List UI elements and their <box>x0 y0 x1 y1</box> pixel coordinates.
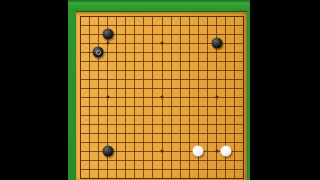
stone-black-d17 <box>102 29 113 40</box>
stone-black-c15 <box>93 47 104 58</box>
grid-line-horizontal <box>80 115 245 116</box>
star-point <box>161 96 164 99</box>
table-felt <box>68 0 250 180</box>
grid-line-vertical <box>234 16 235 179</box>
star-point <box>215 150 218 153</box>
letterbox-background <box>0 0 320 180</box>
star-point <box>106 96 109 99</box>
stone-white-r4 <box>220 146 231 157</box>
grid-line-horizontal <box>80 106 245 107</box>
grid-line-vertical <box>243 16 244 179</box>
stone-black-d4 <box>102 146 113 157</box>
star-point <box>161 42 164 45</box>
star-point <box>161 150 164 153</box>
grid-line-vertical <box>189 16 190 179</box>
grid-line-horizontal <box>80 124 245 125</box>
grid-line-vertical <box>207 16 208 179</box>
go-board[interactable] <box>76 12 247 180</box>
grid-line-horizontal <box>80 169 245 170</box>
stone-black-q16 <box>211 38 222 49</box>
stone-white-n4 <box>193 146 204 157</box>
star-point <box>106 42 109 45</box>
grid-line-horizontal <box>80 142 245 143</box>
last-move-marker <box>96 50 101 55</box>
grid-line-vertical <box>171 16 172 179</box>
grid-line-vertical <box>180 16 181 179</box>
grid-line-horizontal <box>80 178 245 179</box>
grid-line-horizontal <box>80 160 245 161</box>
grid-line-horizontal <box>80 133 245 134</box>
star-point <box>215 96 218 99</box>
